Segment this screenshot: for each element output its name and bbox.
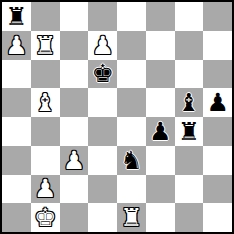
black-knight-e3[interactable]: ♞	[120, 148, 142, 173]
square-c5[interactable]	[60, 88, 89, 117]
square-c2[interactable]	[60, 175, 89, 204]
white-pawn-d7[interactable]: ♟	[91, 33, 113, 58]
square-h1[interactable]	[203, 203, 232, 232]
square-a8[interactable]: ♜	[2, 2, 31, 31]
black-king-d6[interactable]: ♚	[91, 61, 113, 86]
black-bishop-g5[interactable]: ♝	[178, 90, 200, 115]
square-a2[interactable]	[2, 175, 31, 204]
square-e4[interactable]	[117, 117, 146, 146]
square-c4[interactable]	[60, 117, 89, 146]
square-d1[interactable]	[88, 203, 117, 232]
square-h4[interactable]	[203, 117, 232, 146]
square-h2[interactable]	[203, 175, 232, 204]
square-d6[interactable]: ♚	[88, 60, 117, 89]
square-a6[interactable]	[2, 60, 31, 89]
square-f6[interactable]	[146, 60, 175, 89]
square-g8[interactable]	[175, 2, 204, 31]
white-king-b1[interactable]: ♚	[34, 205, 56, 230]
square-d7[interactable]: ♟	[88, 31, 117, 60]
white-bishop-b5[interactable]: ♝	[34, 90, 56, 115]
square-b8[interactable]	[31, 2, 60, 31]
square-b5[interactable]: ♝	[31, 88, 60, 117]
chess-board: ♜♟♜♟♚♝♝♟♟♜♟♞♟♚♜	[2, 2, 232, 232]
square-e2[interactable]	[117, 175, 146, 204]
square-e6[interactable]	[117, 60, 146, 89]
square-b3[interactable]	[31, 146, 60, 175]
square-f7[interactable]	[146, 31, 175, 60]
square-g1[interactable]	[175, 203, 204, 232]
black-rook-g4[interactable]: ♜	[178, 119, 200, 144]
square-d4[interactable]	[88, 117, 117, 146]
square-c7[interactable]	[60, 31, 89, 60]
white-rook-e1[interactable]: ♜	[120, 205, 142, 230]
square-h7[interactable]	[203, 31, 232, 60]
square-c1[interactable]	[60, 203, 89, 232]
square-b4[interactable]	[31, 117, 60, 146]
black-pawn-f4[interactable]: ♟	[149, 119, 171, 144]
square-f4[interactable]: ♟	[146, 117, 175, 146]
square-h3[interactable]	[203, 146, 232, 175]
square-b1[interactable]: ♚	[31, 203, 60, 232]
square-f8[interactable]	[146, 2, 175, 31]
square-h5[interactable]: ♟	[203, 88, 232, 117]
square-e1[interactable]: ♜	[117, 203, 146, 232]
square-c3[interactable]: ♟	[60, 146, 89, 175]
square-f1[interactable]	[146, 203, 175, 232]
square-b2[interactable]: ♟	[31, 175, 60, 204]
white-rook-b7[interactable]: ♜	[34, 33, 56, 58]
square-a4[interactable]	[2, 117, 31, 146]
square-g5[interactable]: ♝	[175, 88, 204, 117]
square-h6[interactable]	[203, 60, 232, 89]
square-g3[interactable]	[175, 146, 204, 175]
square-a5[interactable]	[2, 88, 31, 117]
square-d8[interactable]	[88, 2, 117, 31]
black-rook-a8[interactable]: ♜	[5, 4, 27, 29]
square-f2[interactable]	[146, 175, 175, 204]
square-a1[interactable]	[2, 203, 31, 232]
square-b6[interactable]	[31, 60, 60, 89]
square-e7[interactable]	[117, 31, 146, 60]
square-b7[interactable]: ♜	[31, 31, 60, 60]
square-a3[interactable]	[2, 146, 31, 175]
white-pawn-c3[interactable]: ♟	[63, 148, 85, 173]
square-d3[interactable]	[88, 146, 117, 175]
square-h8[interactable]	[203, 2, 232, 31]
square-d2[interactable]	[88, 175, 117, 204]
square-g4[interactable]: ♜	[175, 117, 204, 146]
square-g6[interactable]	[175, 60, 204, 89]
black-pawn-h5[interactable]: ♟	[206, 90, 228, 115]
square-a7[interactable]: ♟	[2, 31, 31, 60]
white-pawn-b2[interactable]: ♟	[34, 176, 56, 201]
square-g7[interactable]	[175, 31, 204, 60]
white-pawn-a7[interactable]: ♟	[5, 33, 27, 58]
square-e8[interactable]	[117, 2, 146, 31]
chess-board-frame: ♜♟♜♟♚♝♝♟♟♜♟♞♟♚♜	[0, 0, 234, 234]
square-c6[interactable]	[60, 60, 89, 89]
square-f5[interactable]	[146, 88, 175, 117]
square-d5[interactable]	[88, 88, 117, 117]
square-e5[interactable]	[117, 88, 146, 117]
square-e3[interactable]: ♞	[117, 146, 146, 175]
square-g2[interactable]	[175, 175, 204, 204]
square-f3[interactable]	[146, 146, 175, 175]
square-c8[interactable]	[60, 2, 89, 31]
